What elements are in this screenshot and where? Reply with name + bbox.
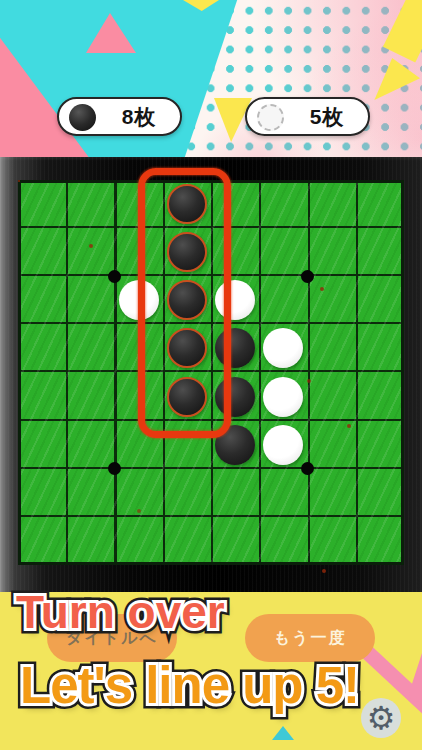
board-cell[interactable] — [18, 324, 66, 372]
board-cell[interactable] — [308, 228, 356, 276]
board-cell[interactable] — [18, 228, 66, 276]
board-cell[interactable] — [356, 517, 404, 565]
board-cell[interactable] — [115, 469, 163, 517]
board-cell[interactable] — [18, 517, 66, 565]
board-cell[interactable] — [356, 469, 404, 517]
board-cell[interactable] — [211, 517, 259, 565]
board-cell[interactable] — [66, 517, 114, 565]
black-count-label: 8枚 — [104, 103, 174, 131]
board-cell[interactable] — [308, 324, 356, 372]
board-cell[interactable] — [163, 517, 211, 565]
white-disc-counter: 5枚 — [245, 97, 370, 136]
board-cell[interactable] — [356, 228, 404, 276]
board-cell[interactable] — [259, 228, 307, 276]
black-disc-icon — [69, 104, 96, 131]
board-cell[interactable] — [259, 469, 307, 517]
line-of-five-highlight-box — [138, 168, 231, 438]
white-disc — [263, 377, 303, 417]
board-cell[interactable] — [356, 180, 404, 228]
board-cell[interactable] — [308, 469, 356, 517]
banner-line1: Turn over — [16, 585, 225, 639]
board-cell[interactable] — [211, 469, 259, 517]
board-cell[interactable] — [18, 421, 66, 469]
board-cell[interactable] — [163, 469, 211, 517]
board-cell[interactable] — [308, 517, 356, 565]
board-cell[interactable] — [18, 276, 66, 324]
board-cell[interactable] — [18, 373, 66, 421]
black-disc-counter: 8枚 — [57, 97, 182, 136]
board-cell[interactable] — [308, 373, 356, 421]
game-screen: 8枚 5枚 タイトルへ もう一度 ⚙ Turn over — [0, 0, 422, 750]
board-cell[interactable] — [259, 276, 307, 324]
board-cell[interactable] — [259, 517, 307, 565]
board-cell[interactable] — [66, 228, 114, 276]
board-frame — [0, 157, 422, 592]
board-cell[interactable] — [308, 421, 356, 469]
banner-line1-wrap: Turn over — [0, 585, 422, 639]
board-cell[interactable] — [66, 276, 114, 324]
board-cell[interactable] — [356, 373, 404, 421]
board-cell[interactable] — [356, 421, 404, 469]
white-disc — [263, 425, 303, 465]
board-cell[interactable] — [66, 373, 114, 421]
game-board — [18, 180, 404, 565]
board-cell[interactable] — [66, 324, 114, 372]
board-cell[interactable] — [115, 517, 163, 565]
banner-line2: Let's line up 5! — [20, 656, 359, 715]
result-panel: タイトルへ もう一度 ⚙ Turn over Let's line up 5! — [0, 592, 422, 750]
white-count-label: 5枚 — [292, 103, 362, 131]
board-cell[interactable] — [356, 324, 404, 372]
board-cell[interactable] — [308, 180, 356, 228]
board-cell[interactable] — [66, 421, 114, 469]
teal-triangle-decoration — [272, 726, 294, 740]
board-cell[interactable] — [18, 469, 66, 517]
board-cell[interactable] — [259, 180, 307, 228]
board-cell[interactable] — [66, 469, 114, 517]
white-disc-icon — [257, 104, 284, 131]
board-cell[interactable] — [18, 180, 66, 228]
banner-line2-wrap: Let's line up 5! — [0, 656, 422, 715]
header-area: 8枚 5枚 — [0, 0, 422, 157]
board-cell[interactable] — [356, 276, 404, 324]
board-cell[interactable] — [66, 180, 114, 228]
board-cell[interactable] — [308, 276, 356, 324]
